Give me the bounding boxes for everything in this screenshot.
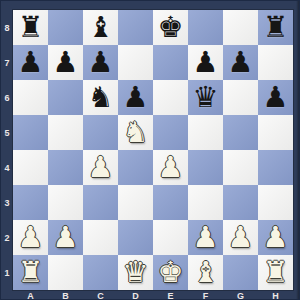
- square-h4[interactable]: [258, 150, 293, 185]
- square-h5[interactable]: [258, 115, 293, 150]
- square-g1[interactable]: [223, 255, 258, 290]
- chess-app-window: ♜♝♚♜♟♟♟♟♟♞♟♛♟♞♟♟♟♟♟♟♟♜♛♚♝♜ 87654321 ABCD…: [0, 0, 300, 300]
- square-f4[interactable]: [188, 150, 223, 185]
- piece-white-bishop[interactable]: ♝: [188, 255, 223, 290]
- square-e3[interactable]: [153, 185, 188, 220]
- square-g3[interactable]: [223, 185, 258, 220]
- square-c3[interactable]: [83, 185, 118, 220]
- piece-black-queen[interactable]: ♛: [188, 80, 223, 115]
- piece-white-pawn[interactable]: ♟: [83, 150, 118, 185]
- square-b7[interactable]: ♟: [48, 45, 83, 80]
- square-f7[interactable]: ♟: [188, 45, 223, 80]
- square-a3[interactable]: [13, 185, 48, 220]
- square-e5[interactable]: [153, 115, 188, 150]
- square-f8[interactable]: [188, 10, 223, 45]
- piece-white-pawn[interactable]: ♟: [188, 220, 223, 255]
- piece-white-pawn[interactable]: ♟: [223, 220, 258, 255]
- rank-label-6: 6: [1, 80, 13, 115]
- square-d5[interactable]: ♞: [118, 115, 153, 150]
- square-c5[interactable]: [83, 115, 118, 150]
- file-label-c: C: [83, 290, 118, 300]
- square-h3[interactable]: [258, 185, 293, 220]
- square-d1[interactable]: ♛: [118, 255, 153, 290]
- square-h6[interactable]: ♟: [258, 80, 293, 115]
- square-f5[interactable]: [188, 115, 223, 150]
- square-a1[interactable]: ♜: [13, 255, 48, 290]
- square-g4[interactable]: [223, 150, 258, 185]
- square-c2[interactable]: [83, 220, 118, 255]
- square-b4[interactable]: [48, 150, 83, 185]
- square-f1[interactable]: ♝: [188, 255, 223, 290]
- piece-black-pawn[interactable]: ♟: [188, 45, 223, 80]
- rank-label-5: 5: [1, 115, 13, 150]
- piece-white-king[interactable]: ♚: [153, 255, 188, 290]
- square-b8[interactable]: [48, 10, 83, 45]
- square-h7[interactable]: [258, 45, 293, 80]
- chess-board: ♜♝♚♜♟♟♟♟♟♞♟♛♟♞♟♟♟♟♟♟♟♜♛♚♝♜: [13, 10, 293, 290]
- square-c4[interactable]: ♟: [83, 150, 118, 185]
- piece-white-queen[interactable]: ♛: [118, 255, 153, 290]
- square-f6[interactable]: ♛: [188, 80, 223, 115]
- piece-white-knight[interactable]: ♞: [118, 115, 153, 150]
- square-a8[interactable]: ♜: [13, 10, 48, 45]
- piece-black-pawn[interactable]: ♟: [258, 80, 293, 115]
- file-label-f: F: [188, 290, 223, 300]
- square-d4[interactable]: [118, 150, 153, 185]
- square-c1[interactable]: [83, 255, 118, 290]
- piece-black-king[interactable]: ♚: [153, 10, 188, 45]
- piece-white-pawn[interactable]: ♟: [153, 150, 188, 185]
- piece-black-rook[interactable]: ♜: [13, 10, 48, 45]
- square-g6[interactable]: [223, 80, 258, 115]
- square-a6[interactable]: [13, 80, 48, 115]
- square-e8[interactable]: ♚: [153, 10, 188, 45]
- square-g5[interactable]: [223, 115, 258, 150]
- piece-black-bishop[interactable]: ♝: [83, 10, 118, 45]
- piece-black-rook[interactable]: ♜: [258, 10, 293, 45]
- file-label-h: H: [258, 290, 293, 300]
- file-label-a: A: [13, 290, 48, 300]
- file-label-e: E: [153, 290, 188, 300]
- square-c8[interactable]: ♝: [83, 10, 118, 45]
- square-a7[interactable]: ♟: [13, 45, 48, 80]
- piece-white-rook[interactable]: ♜: [13, 255, 48, 290]
- square-d2[interactable]: [118, 220, 153, 255]
- square-a2[interactable]: ♟: [13, 220, 48, 255]
- square-f2[interactable]: ♟: [188, 220, 223, 255]
- square-f3[interactable]: [188, 185, 223, 220]
- square-d8[interactable]: [118, 10, 153, 45]
- rank-label-1: 1: [1, 255, 13, 290]
- square-e1[interactable]: ♚: [153, 255, 188, 290]
- rank-label-4: 4: [1, 150, 13, 185]
- square-h2[interactable]: ♟: [258, 220, 293, 255]
- rank-label-8: 8: [1, 10, 13, 45]
- rank-label-7: 7: [1, 45, 13, 80]
- square-h8[interactable]: ♜: [258, 10, 293, 45]
- square-b2[interactable]: ♟: [48, 220, 83, 255]
- square-g8[interactable]: [223, 10, 258, 45]
- square-e7[interactable]: [153, 45, 188, 80]
- square-c6[interactable]: ♞: [83, 80, 118, 115]
- square-a5[interactable]: [13, 115, 48, 150]
- file-label-g: G: [223, 290, 258, 300]
- square-b3[interactable]: [48, 185, 83, 220]
- file-label-d: D: [118, 290, 153, 300]
- rank-label-2: 2: [1, 220, 13, 255]
- piece-black-pawn[interactable]: ♟: [13, 45, 48, 80]
- square-a4[interactable]: [13, 150, 48, 185]
- square-d7[interactable]: [118, 45, 153, 80]
- square-b1[interactable]: [48, 255, 83, 290]
- piece-black-pawn[interactable]: ♟: [118, 80, 153, 115]
- piece-black-pawn[interactable]: ♟: [83, 45, 118, 80]
- square-e2[interactable]: [153, 220, 188, 255]
- piece-white-pawn[interactable]: ♟: [13, 220, 48, 255]
- square-d6[interactable]: ♟: [118, 80, 153, 115]
- piece-black-knight[interactable]: ♞: [83, 80, 118, 115]
- rank-label-3: 3: [1, 185, 13, 220]
- square-g7[interactable]: ♟: [223, 45, 258, 80]
- piece-black-pawn[interactable]: ♟: [223, 45, 258, 80]
- square-e4[interactable]: ♟: [153, 150, 188, 185]
- square-c7[interactable]: ♟: [83, 45, 118, 80]
- piece-black-pawn[interactable]: ♟: [48, 45, 83, 80]
- square-h1[interactable]: ♜: [258, 255, 293, 290]
- piece-white-pawn[interactable]: ♟: [48, 220, 83, 255]
- square-b5[interactable]: [48, 115, 83, 150]
- square-d3[interactable]: [118, 185, 153, 220]
- square-b6[interactable]: [48, 80, 83, 115]
- square-e6[interactable]: [153, 80, 188, 115]
- piece-white-pawn[interactable]: ♟: [258, 220, 293, 255]
- piece-white-rook[interactable]: ♜: [258, 255, 293, 290]
- square-g2[interactable]: ♟: [223, 220, 258, 255]
- file-label-b: B: [48, 290, 83, 300]
